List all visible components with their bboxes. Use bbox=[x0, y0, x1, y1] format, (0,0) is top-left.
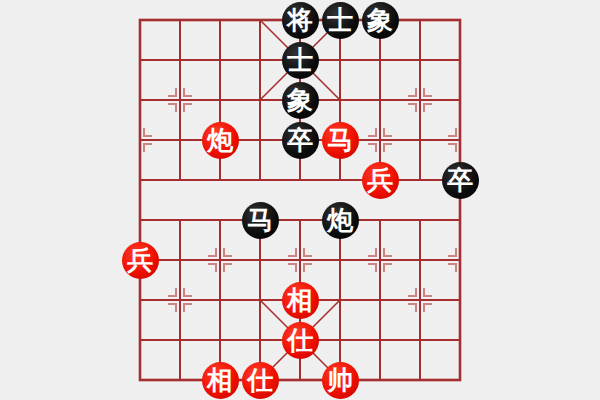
board-point[interactable]: 卒 bbox=[440, 160, 480, 200]
piece-black-soldier[interactable]: 卒 bbox=[442, 162, 479, 199]
piece-red-soldier[interactable]: 兵 bbox=[362, 162, 399, 199]
board-point[interactable]: 炮 bbox=[200, 120, 240, 160]
piece-red-general[interactable]: 帅 bbox=[322, 362, 359, 399]
board-point[interactable]: 仕 bbox=[280, 320, 320, 360]
board-point[interactable]: 相 bbox=[200, 360, 240, 400]
board-point[interactable]: 卒 bbox=[280, 120, 320, 160]
board-grid: 将士象士象炮卒马兵卒马炮兵相仕相仕帅 bbox=[120, 0, 480, 400]
board-point[interactable]: 相 bbox=[280, 280, 320, 320]
piece-black-soldier[interactable]: 卒 bbox=[282, 122, 319, 159]
piece-red-advisor[interactable]: 仕 bbox=[242, 362, 279, 399]
piece-red-horse[interactable]: 马 bbox=[322, 122, 359, 159]
piece-red-elephant[interactable]: 相 bbox=[282, 282, 319, 319]
xiangqi-board: 将士象士象炮卒马兵卒马炮兵相仕相仕帅 bbox=[0, 0, 600, 400]
board-point[interactable]: 象 bbox=[280, 80, 320, 120]
piece-red-advisor[interactable]: 仕 bbox=[282, 322, 319, 359]
piece-black-elephant[interactable]: 象 bbox=[282, 82, 319, 119]
piece-red-cannon[interactable]: 炮 bbox=[202, 122, 239, 159]
board-point[interactable]: 帅 bbox=[320, 360, 360, 400]
board-point[interactable]: 马 bbox=[320, 120, 360, 160]
piece-red-elephant[interactable]: 相 bbox=[202, 362, 239, 399]
board-point[interactable]: 士 bbox=[280, 40, 320, 80]
piece-red-soldier[interactable]: 兵 bbox=[122, 242, 159, 279]
piece-black-horse[interactable]: 马 bbox=[242, 202, 279, 239]
piece-black-elephant[interactable]: 象 bbox=[362, 2, 399, 39]
board-point[interactable]: 兵 bbox=[120, 240, 160, 280]
board-point[interactable]: 仕 bbox=[240, 360, 280, 400]
piece-black-cannon[interactable]: 炮 bbox=[322, 202, 359, 239]
piece-black-advisor[interactable]: 士 bbox=[322, 2, 359, 39]
board-point[interactable]: 炮 bbox=[320, 200, 360, 240]
board-point[interactable]: 士 bbox=[320, 0, 360, 40]
board-point[interactable]: 象 bbox=[360, 0, 400, 40]
piece-black-advisor[interactable]: 士 bbox=[282, 42, 319, 79]
board-point[interactable]: 兵 bbox=[360, 160, 400, 200]
board-point[interactable]: 马 bbox=[240, 200, 280, 240]
piece-black-general[interactable]: 将 bbox=[282, 2, 319, 39]
board-point[interactable]: 将 bbox=[280, 0, 320, 40]
